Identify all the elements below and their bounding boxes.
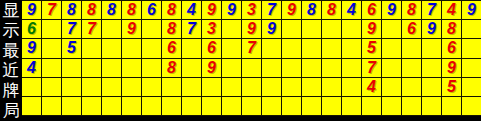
cell-r1c8: 8: [162, 1, 182, 20]
cell-r2c17: [342, 20, 362, 39]
cell-r5c15: [302, 78, 322, 97]
cell-r5c16: [322, 78, 342, 97]
cell-r5c18: 4: [362, 78, 382, 97]
cell-r3c23: [462, 39, 481, 58]
cell-r3c4: [82, 39, 102, 58]
cell-r6c1: [22, 97, 42, 116]
cell-r1c11: 9: [222, 1, 242, 20]
cell-r2c19: [382, 20, 402, 39]
cell-r2c5: [102, 20, 122, 39]
cell-r4c4: [82, 59, 102, 78]
cell-r1c4: 8: [82, 1, 102, 20]
cell-r2c6: 9: [122, 20, 142, 39]
cell-r4c17: [342, 59, 362, 78]
cell-r5c21: [422, 78, 442, 97]
cell-r2c3: 7: [62, 20, 82, 39]
cell-r1c23: 9: [462, 1, 481, 20]
title-char-3: 最: [0, 40, 22, 60]
cell-r5c1: [22, 78, 42, 97]
cell-r6c6: [122, 97, 142, 116]
cell-r6c18: [362, 97, 382, 116]
cell-r3c2: [42, 39, 62, 58]
cell-r2c4: 7: [82, 20, 102, 39]
cell-r1c20: 8: [402, 1, 422, 20]
cell-r4c13: [262, 59, 282, 78]
cell-r5c12: [242, 78, 262, 97]
cell-r3c5: [102, 39, 122, 58]
cell-r5c6: [122, 78, 142, 97]
cell-r1c9: 4: [182, 1, 202, 20]
cell-r2c1: 6: [22, 20, 42, 39]
cell-r6c3: [62, 97, 82, 116]
cell-r6c5: [102, 97, 122, 116]
cell-r4c11: [222, 59, 242, 78]
cell-r5c8: [162, 78, 182, 97]
cell-r4c3: [62, 59, 82, 78]
cell-r2c20: 6: [402, 20, 422, 39]
cell-r4c7: [142, 59, 162, 78]
cell-r6c14: [282, 97, 302, 116]
cell-r2c11: [222, 20, 242, 39]
cell-r1c10: 9: [202, 1, 222, 20]
cell-r6c12: [242, 97, 262, 116]
cell-r6c10: [202, 97, 222, 116]
cell-r3c10: 6: [202, 39, 222, 58]
cell-r1c7: 6: [142, 1, 162, 20]
cell-r4c9: [182, 59, 202, 78]
cell-r3c20: [402, 39, 422, 58]
cell-r3c14: [282, 39, 302, 58]
cell-r4c20: [402, 59, 422, 78]
cell-r5c13: [262, 78, 282, 97]
cell-r4c12: [242, 59, 262, 78]
cell-r5c23: [462, 78, 481, 97]
cell-r6c16: [322, 97, 342, 116]
cell-r4c22: 9: [442, 59, 462, 78]
cell-r2c10: 3: [202, 20, 222, 39]
cell-r5c20: [402, 78, 422, 97]
cell-r3c7: [142, 39, 162, 58]
cell-r3c13: [262, 39, 282, 58]
cell-r3c11: [222, 39, 242, 58]
cell-r4c5: [102, 59, 122, 78]
cell-r2c2: [42, 20, 62, 39]
cell-r5c17: [342, 78, 362, 97]
cell-r1c13: 7: [262, 1, 282, 20]
cell-r1c17: 4: [342, 1, 362, 20]
cell-r5c7: [142, 78, 162, 97]
title-char-1: 显: [0, 0, 22, 20]
cell-r2c16: [322, 20, 342, 39]
cell-r2c23: [462, 20, 481, 39]
results-grid: 9788886849937988469874967798739996989566…: [22, 0, 481, 116]
cell-r6c13: [262, 97, 282, 116]
cell-r5c22: 5: [442, 78, 462, 97]
title-char-5: 牌: [0, 81, 22, 101]
cell-r1c16: 8: [322, 1, 342, 20]
cell-r6c20: [402, 97, 422, 116]
cell-r6c22: [442, 97, 462, 116]
cell-r5c4: [82, 78, 102, 97]
cell-r4c16: [322, 59, 342, 78]
cell-r2c12: 9: [242, 20, 262, 39]
cell-r5c5: [102, 78, 122, 97]
cell-r3c12: 7: [242, 39, 262, 58]
cell-r2c22: 8: [442, 20, 462, 39]
title-char-6: 局: [0, 101, 22, 121]
cell-r4c14: [282, 59, 302, 78]
cell-r5c2: [42, 78, 62, 97]
cell-r3c1: 9: [22, 39, 42, 58]
cell-r4c19: [382, 59, 402, 78]
cell-r3c6: [122, 39, 142, 58]
cell-r1c14: 9: [282, 1, 302, 20]
cell-r6c9: [182, 97, 202, 116]
cell-r6c17: [342, 97, 362, 116]
cell-r2c14: [282, 20, 302, 39]
cell-r2c8: 8: [162, 20, 182, 39]
cell-r1c3: 8: [62, 1, 82, 20]
cell-r3c16: [322, 39, 342, 58]
cell-r6c23: [462, 97, 481, 116]
cell-r6c7: [142, 97, 162, 116]
cell-r2c9: 7: [182, 20, 202, 39]
cell-r1c2: 7: [42, 1, 62, 20]
recent-results-panel: 显示最近牌局 978888684993798846987496779873999…: [0, 0, 481, 121]
cell-r3c18: 5: [362, 39, 382, 58]
cell-r4c1: 4: [22, 59, 42, 78]
cell-r1c18: 6: [362, 1, 382, 20]
cell-r4c15: [302, 59, 322, 78]
cell-r1c21: 7: [422, 1, 442, 20]
cell-r2c13: 9: [262, 20, 282, 39]
board-title-vertical: 显示最近牌局: [0, 0, 22, 121]
cell-r5c10: [202, 78, 222, 97]
cell-r3c21: [422, 39, 442, 58]
cell-r3c3: 5: [62, 39, 82, 58]
cell-r6c15: [302, 97, 322, 116]
title-char-4: 近: [0, 61, 22, 81]
cell-r2c7: [142, 20, 162, 39]
cell-r3c17: [342, 39, 362, 58]
cell-r4c2: [42, 59, 62, 78]
cell-r5c14: [282, 78, 302, 97]
cell-r5c19: [382, 78, 402, 97]
cell-r3c15: [302, 39, 322, 58]
cell-r1c15: 8: [302, 1, 322, 20]
cell-r1c12: 3: [242, 1, 262, 20]
cell-r2c15: [302, 20, 322, 39]
cell-r1c1: 9: [22, 1, 42, 20]
cell-r1c22: 4: [442, 1, 462, 20]
cell-r4c21: [422, 59, 442, 78]
cell-r3c8: 6: [162, 39, 182, 58]
cell-r6c21: [422, 97, 442, 116]
cell-r6c4: [82, 97, 102, 116]
cell-r5c11: [222, 78, 242, 97]
board-wrap: 9788886849937988469874967798739996989566…: [22, 0, 481, 121]
cell-r6c11: [222, 97, 242, 116]
cell-r5c3: [62, 78, 82, 97]
cell-r3c9: [182, 39, 202, 58]
cell-r1c6: 8: [122, 1, 142, 20]
title-char-2: 示: [0, 20, 22, 40]
cell-r4c10: 9: [202, 59, 222, 78]
cell-r6c19: [382, 97, 402, 116]
cell-r4c8: 8: [162, 59, 182, 78]
cell-r3c19: [382, 39, 402, 58]
cell-r4c6: [122, 59, 142, 78]
cell-r2c18: 9: [362, 20, 382, 39]
cell-r6c8: [162, 97, 182, 116]
cell-r2c21: 9: [422, 20, 442, 39]
cell-r5c9: [182, 78, 202, 97]
bottom-border: [22, 116, 481, 121]
cell-r4c18: 7: [362, 59, 382, 78]
cell-r1c19: 9: [382, 1, 402, 20]
cell-r4c23: [462, 59, 481, 78]
cell-r6c2: [42, 97, 62, 116]
cell-r3c22: 6: [442, 39, 462, 58]
cell-r1c5: 8: [102, 1, 122, 20]
